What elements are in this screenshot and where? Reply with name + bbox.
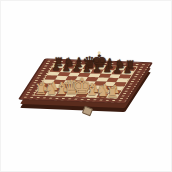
- board-square: [106, 94, 119, 98]
- board-grid: [34, 64, 136, 98]
- chess-set-product-photo[interactable]: ♜♞♝♛♚♝♞♜♟♟♟♟♟♟♟♟♟♟♟♟♟♟♟♟♜♞♝♛♚♝♞♜: [0, 0, 172, 172]
- king-finial: [98, 51, 101, 54]
